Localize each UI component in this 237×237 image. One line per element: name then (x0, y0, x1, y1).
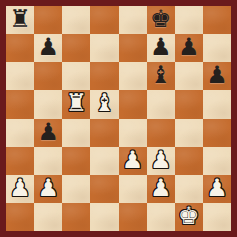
piece-black-king-f8[interactable]: ♚ (150, 7, 172, 31)
square-f3[interactable]: ♟ (147, 147, 175, 175)
square-g7[interactable]: ♟ (175, 34, 203, 62)
square-d3[interactable] (90, 147, 118, 175)
square-c1[interactable] (62, 203, 90, 231)
square-b8[interactable] (34, 6, 62, 34)
square-a6[interactable] (6, 62, 34, 90)
square-g5[interactable] (175, 90, 203, 118)
square-e5[interactable] (119, 90, 147, 118)
square-c3[interactable] (62, 147, 90, 175)
square-b7[interactable]: ♟ (34, 34, 62, 62)
square-f6[interactable]: ♝ (147, 62, 175, 90)
piece-black-pawn-f7[interactable]: ♟ (150, 35, 172, 59)
square-b1[interactable] (34, 203, 62, 231)
piece-white-pawn-f2[interactable]: ♟ (150, 176, 172, 200)
square-e3[interactable]: ♟ (119, 147, 147, 175)
square-b3[interactable] (34, 147, 62, 175)
square-g8[interactable] (175, 6, 203, 34)
piece-white-pawn-b2[interactable]: ♟ (37, 176, 59, 200)
square-h2[interactable]: ♟ (203, 175, 231, 203)
square-d6[interactable] (90, 62, 118, 90)
piece-black-pawn-b4[interactable]: ♟ (37, 120, 59, 144)
piece-white-king-g1[interactable]: ♚ (178, 204, 200, 228)
square-a1[interactable] (6, 203, 34, 231)
piece-black-rook-a8[interactable]: ♜ (9, 7, 31, 31)
square-c5[interactable]: ♜ (62, 90, 90, 118)
square-f7[interactable]: ♟ (147, 34, 175, 62)
square-c6[interactable] (62, 62, 90, 90)
square-a4[interactable] (6, 119, 34, 147)
piece-white-pawn-f3[interactable]: ♟ (150, 148, 172, 172)
square-g6[interactable] (175, 62, 203, 90)
square-e1[interactable] (119, 203, 147, 231)
square-d4[interactable] (90, 119, 118, 147)
square-c2[interactable] (62, 175, 90, 203)
square-g3[interactable] (175, 147, 203, 175)
piece-white-pawn-h2[interactable]: ♟ (206, 176, 228, 200)
square-b6[interactable] (34, 62, 62, 90)
piece-black-pawn-g7[interactable]: ♟ (178, 35, 200, 59)
piece-white-bishop-d5[interactable]: ♝ (94, 91, 116, 115)
square-a8[interactable]: ♜ (6, 6, 34, 34)
square-d5[interactable]: ♝ (90, 90, 118, 118)
square-a7[interactable] (6, 34, 34, 62)
board-frame: ♜♚♟♟♟♝♟♜♝♟♟♟♟♟♟♟♚ (0, 0, 237, 237)
chess-diagram: ♜♚♟♟♟♝♟♜♝♟♟♟♟♟♟♟♚ (0, 0, 237, 237)
square-e2[interactable] (119, 175, 147, 203)
piece-black-pawn-b7[interactable]: ♟ (37, 35, 59, 59)
piece-white-pawn-e3[interactable]: ♟ (122, 148, 144, 172)
square-d7[interactable] (90, 34, 118, 62)
square-c8[interactable] (62, 6, 90, 34)
square-b4[interactable]: ♟ (34, 119, 62, 147)
square-b5[interactable] (34, 90, 62, 118)
square-g2[interactable] (175, 175, 203, 203)
square-f1[interactable] (147, 203, 175, 231)
square-f4[interactable] (147, 119, 175, 147)
square-b2[interactable]: ♟ (34, 175, 62, 203)
square-f5[interactable] (147, 90, 175, 118)
square-c4[interactable] (62, 119, 90, 147)
square-g1[interactable]: ♚ (175, 203, 203, 231)
square-h3[interactable] (203, 147, 231, 175)
square-h6[interactable]: ♟ (203, 62, 231, 90)
square-f2[interactable]: ♟ (147, 175, 175, 203)
chess-board: ♜♚♟♟♟♝♟♜♝♟♟♟♟♟♟♟♚ (6, 6, 231, 231)
square-c7[interactable] (62, 34, 90, 62)
square-f8[interactable]: ♚ (147, 6, 175, 34)
piece-black-bishop-f6[interactable]: ♝ (150, 63, 172, 87)
piece-black-pawn-h6[interactable]: ♟ (206, 63, 228, 87)
square-h8[interactable] (203, 6, 231, 34)
square-d2[interactable] (90, 175, 118, 203)
piece-white-pawn-a2[interactable]: ♟ (9, 176, 31, 200)
piece-white-rook-c5[interactable]: ♜ (66, 91, 88, 115)
square-h7[interactable] (203, 34, 231, 62)
square-e4[interactable] (119, 119, 147, 147)
square-h4[interactable] (203, 119, 231, 147)
square-e7[interactable] (119, 34, 147, 62)
square-a3[interactable] (6, 147, 34, 175)
square-d8[interactable] (90, 6, 118, 34)
square-d1[interactable] (90, 203, 118, 231)
square-e6[interactable] (119, 62, 147, 90)
square-h5[interactable] (203, 90, 231, 118)
square-h1[interactable] (203, 203, 231, 231)
square-e8[interactable] (119, 6, 147, 34)
square-a5[interactable] (6, 90, 34, 118)
square-a2[interactable]: ♟ (6, 175, 34, 203)
square-g4[interactable] (175, 119, 203, 147)
